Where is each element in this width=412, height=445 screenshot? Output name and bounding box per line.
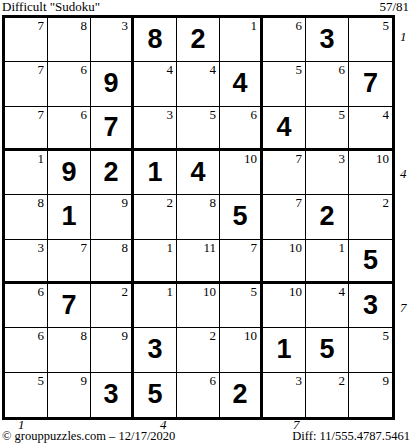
pencil-mark: 2 [167,195,174,210]
cell-r4c6[interactable]: 10 [220,151,263,195]
cell-r6c8[interactable]: 1 [306,240,349,284]
cell-r4c2[interactable]: 9 [48,151,91,195]
pencil-mark: 6 [339,62,346,77]
pencil-mark: 4 [167,62,174,77]
cell-r5c6[interactable]: 5 [220,195,263,239]
pencil-mark: 10 [203,284,216,299]
cell-r2c1[interactable]: 7 [5,62,48,106]
sudoku-board: 7838216357694445677673564541921410731081… [2,15,395,420]
given-digit: 2 [232,381,247,408]
pencil-mark: 6 [296,18,303,33]
pencil-mark: 11 [203,240,216,255]
cell-r2c5[interactable]: 4 [177,62,220,106]
cell-r7c2[interactable]: 7 [48,284,91,328]
cell-r3c8[interactable]: 5 [306,107,349,151]
cell-r6c2[interactable]: 7 [48,240,91,284]
pencil-mark: 7 [38,18,45,33]
pencil-mark: 8 [210,195,217,210]
pencil-mark: 7 [296,195,303,210]
cell-r2c4[interactable]: 4 [134,62,177,106]
cell-r4c4[interactable]: 1 [134,151,177,195]
pencil-mark: 8 [38,195,45,210]
cell-r6c4[interactable]: 1 [134,240,177,284]
cell-r3c9[interactable]: 4 [349,107,392,151]
cell-r6c9[interactable]: 5 [349,240,392,284]
cell-r4c1[interactable]: 1 [5,151,48,195]
cell-r3c7[interactable]: 4 [263,107,306,151]
given-digit: 7 [363,70,378,97]
pencil-mark: 7 [38,62,45,77]
cell-r9c7[interactable]: 3 [263,373,306,417]
cell-r8c5[interactable]: 2 [177,328,220,372]
cell-r1c4[interactable]: 8 [134,18,177,62]
given-digit: 2 [103,159,118,186]
cell-r9c1[interactable]: 5 [5,373,48,417]
cell-r8c7[interactable]: 1 [263,328,306,372]
cell-r1c9[interactable]: 5 [349,18,392,62]
cell-r8c1[interactable]: 6 [5,328,48,372]
cell-r7c8[interactable]: 4 [306,284,349,328]
cell-r5c5[interactable]: 8 [177,195,220,239]
pencil-mark: 7 [251,240,258,255]
pencil-mark: 5 [383,328,390,343]
cell-r2c3[interactable]: 9 [91,62,134,106]
cell-r1c2[interactable]: 8 [48,18,91,62]
pencil-mark: 2 [122,284,129,299]
cell-r9c2[interactable]: 9 [48,373,91,417]
pencil-mark: 2 [383,195,390,210]
given-digit: 2 [190,26,205,53]
pencil-mark: 8 [81,18,88,33]
cell-r5c4[interactable]: 2 [134,195,177,239]
row-marker-7: 7 [400,300,407,316]
pencil-mark: 2 [339,373,346,388]
pencil-mark: 2 [210,328,217,343]
cell-r9c5[interactable]: 6 [177,373,220,417]
cell-r3c5[interactable]: 5 [177,107,220,151]
pencil-mark: 3 [167,107,174,122]
pencil-mark: 3 [122,18,129,33]
pencil-mark: 10 [289,284,302,299]
cell-r9c6[interactable]: 2 [220,373,263,417]
cell-r8c6[interactable]: 10 [220,328,263,372]
pencil-mark: 10 [289,240,302,255]
pencil-mark: 6 [81,62,88,77]
pencil-mark: 3 [38,240,45,255]
cell-r5c7[interactable]: 7 [263,195,306,239]
cell-r9c4[interactable]: 5 [134,373,177,417]
pencil-mark: 6 [38,284,45,299]
given-digit: 5 [363,247,378,274]
cell-r6c3[interactable]: 8 [91,240,134,284]
cell-r2c9[interactable]: 7 [349,62,392,106]
given-digit: 4 [276,114,291,141]
given-digit: 5 [147,381,162,408]
cell-r5c2[interactable]: 1 [48,195,91,239]
pencil-mark: 3 [296,373,303,388]
cell-r4c3[interactable]: 2 [91,151,134,195]
cell-r9c9[interactable]: 9 [349,373,392,417]
cell-r3c3[interactable]: 7 [91,107,134,151]
given-digit: 4 [232,70,247,97]
pencil-mark: 9 [122,195,129,210]
pencil-mark: 8 [81,328,88,343]
cell-r7c3[interactable]: 2 [91,284,134,328]
cell-r4c9[interactable]: 10 [349,151,392,195]
pencil-mark: 3 [339,151,346,166]
cell-r7c6[interactable]: 5 [220,284,263,328]
cell-r4c8[interactable]: 3 [306,151,349,195]
given-digit: 1 [61,203,76,230]
pencil-mark: 10 [244,328,257,343]
pencil-mark: 5 [210,107,217,122]
pencil-mark: 6 [251,107,258,122]
pencil-mark: 5 [339,107,346,122]
copyright-text: © grouppuzzles.com – 12/17/2020 [2,429,175,444]
page-title: Difficult "Sudoku" [2,0,100,14]
pencil-mark: 6 [38,328,45,343]
sudoku-page: Difficult "Sudoku" 57/81 783821635769444… [0,0,412,445]
cell-r6c5[interactable]: 11 [177,240,220,284]
cell-r1c6[interactable]: 1 [220,18,263,62]
cell-r2c7[interactable]: 5 [263,62,306,106]
cell-r2c2[interactable]: 6 [48,62,91,106]
pencil-mark: 1 [38,151,45,166]
pencil-mark: 8 [122,240,129,255]
pencil-mark: 5 [383,18,390,33]
given-digit: 5 [232,203,247,230]
pencil-mark: 7 [81,240,88,255]
cell-r2c6[interactable]: 4 [220,62,263,106]
cell-r3c2[interactable]: 6 [48,107,91,151]
cell-r3c4[interactable]: 3 [134,107,177,151]
cell-r9c8[interactable]: 2 [306,373,349,417]
pencil-mark: 4 [339,284,346,299]
given-digit: 3 [319,26,334,53]
cell-r4c7[interactable]: 7 [263,151,306,195]
cell-r5c3[interactable]: 9 [91,195,134,239]
row-marker-4: 4 [400,166,407,182]
pencil-mark: 7 [38,107,45,122]
pencil-mark: 10 [376,151,389,166]
pencil-mark: 6 [210,373,217,388]
cell-r8c4[interactable]: 3 [134,328,177,372]
pencil-mark: 6 [81,107,88,122]
cell-r9c3[interactable]: 3 [91,373,134,417]
cell-r1c3[interactable]: 3 [91,18,134,62]
pencil-mark: 10 [244,151,257,166]
pencil-mark: 5 [296,62,303,77]
given-digit: 1 [147,159,162,186]
cells-remaining-counter: 57/81 [379,0,409,14]
given-digit: 3 [103,381,118,408]
cell-r1c7[interactable]: 6 [263,18,306,62]
pencil-mark: 9 [383,373,390,388]
given-digit: 7 [103,114,118,141]
given-digit: 1 [276,336,291,363]
cell-r7c1[interactable]: 6 [5,284,48,328]
cell-r4c5[interactable]: 4 [177,151,220,195]
pencil-mark: 9 [122,328,129,343]
cell-r5c8[interactable]: 2 [306,195,349,239]
pencil-mark: 1 [251,18,258,33]
pencil-mark: 5 [251,284,258,299]
given-digit: 9 [103,70,118,97]
pencil-mark: 1 [167,240,174,255]
pencil-mark: 7 [296,151,303,166]
pencil-mark: 4 [383,107,390,122]
cell-r1c8[interactable]: 3 [306,18,349,62]
cell-r7c5[interactable]: 10 [177,284,220,328]
given-digit: 9 [61,159,76,186]
cell-r7c9[interactable]: 3 [349,284,392,328]
cell-r6c1[interactable]: 3 [5,240,48,284]
given-digit: 5 [319,336,334,363]
cell-r3c1[interactable]: 7 [5,107,48,151]
given-digit: 3 [363,292,378,319]
cell-r7c7[interactable]: 10 [263,284,306,328]
given-digit: 2 [319,203,334,230]
cell-r3c6[interactable]: 6 [220,107,263,151]
cell-r1c5[interactable]: 2 [177,18,220,62]
cell-r8c3[interactable]: 9 [91,328,134,372]
cell-r1c1[interactable]: 7 [5,18,48,62]
given-digit: 8 [147,26,162,53]
cell-r5c9[interactable]: 2 [349,195,392,239]
given-digit: 7 [61,292,76,319]
pencil-mark: 4 [210,62,217,77]
given-digit: 3 [147,336,162,363]
cell-r2c8[interactable]: 6 [306,62,349,106]
cell-r5c1[interactable]: 8 [5,195,48,239]
difficulty-text: Diff: 11/555.4787.5461 [292,429,410,444]
given-digit: 4 [190,159,205,186]
pencil-mark: 9 [81,373,88,388]
cell-r8c2[interactable]: 8 [48,328,91,372]
pencil-mark: 1 [167,284,174,299]
pencil-mark: 1 [339,240,346,255]
cell-r6c6[interactable]: 7 [220,240,263,284]
cell-r6c7[interactable]: 10 [263,240,306,284]
cell-r8c9[interactable]: 5 [349,328,392,372]
row-marker-1: 1 [400,29,407,45]
cell-r7c4[interactable]: 1 [134,284,177,328]
pencil-mark: 5 [38,373,45,388]
cell-r8c8[interactable]: 5 [306,328,349,372]
